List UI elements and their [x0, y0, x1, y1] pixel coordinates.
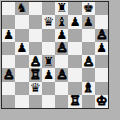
square-h8[interactable] [95, 2, 108, 15]
square-a1[interactable] [2, 95, 15, 108]
black-pawn-d3[interactable]: ♟ [43, 68, 54, 80]
square-f2[interactable] [68, 82, 81, 95]
square-c6[interactable] [29, 29, 42, 42]
white-pawn-e5[interactable]: ♙ [56, 42, 67, 54]
square-c4[interactable]: ♙ [29, 55, 42, 68]
square-a3[interactable]: ♙ [2, 68, 15, 81]
square-b2[interactable] [15, 82, 28, 95]
square-c8[interactable] [29, 2, 42, 15]
square-c3[interactable]: ♖ [29, 68, 42, 81]
square-g2[interactable]: ♗ [82, 82, 95, 95]
black-pawn-e6[interactable]: ♟ [56, 29, 67, 41]
square-a4[interactable] [2, 55, 15, 68]
square-e6[interactable]: ♟ [55, 29, 68, 42]
black-knight-b8[interactable]: ♞ [16, 2, 27, 14]
square-d7[interactable]: ♛ [42, 15, 55, 28]
black-queen-c2[interactable]: ♛ [30, 82, 41, 94]
square-d6[interactable] [42, 29, 55, 42]
square-f1[interactable]: ♖ [68, 95, 81, 108]
black-pawn-b5[interactable]: ♟ [16, 42, 27, 54]
square-b7[interactable] [15, 15, 28, 28]
square-a6[interactable]: ♟ [2, 29, 15, 42]
square-g1[interactable] [82, 95, 95, 108]
square-d8[interactable] [42, 2, 55, 15]
black-bishop-e7[interactable]: ♝ [56, 15, 67, 27]
square-g7[interactable]: ♟ [82, 15, 95, 28]
white-rook-f1[interactable]: ♖ [70, 95, 81, 107]
white-king-h1[interactable]: ♔ [96, 95, 107, 107]
square-c7[interactable] [29, 15, 42, 28]
black-pawn-g7[interactable]: ♟ [83, 15, 94, 27]
square-h5[interactable]: ♟ [95, 42, 108, 55]
square-b3[interactable] [15, 68, 28, 81]
square-h7[interactable] [95, 15, 108, 28]
white-pawn-h6[interactable]: ♙ [96, 29, 107, 41]
square-b6[interactable] [15, 29, 28, 42]
black-king-g8[interactable]: ♚ [83, 2, 94, 14]
square-e4[interactable] [55, 55, 68, 68]
square-f7[interactable]: ♟ [68, 15, 81, 28]
square-g3[interactable] [82, 68, 95, 81]
square-f8[interactable] [68, 2, 81, 15]
square-d3[interactable]: ♟ [42, 68, 55, 81]
square-e7[interactable]: ♝ [55, 15, 68, 28]
white-pawn-e3[interactable]: ♙ [56, 68, 67, 80]
square-f3[interactable] [68, 68, 81, 81]
black-rook-e8[interactable]: ♜ [56, 2, 67, 14]
black-rook-d4[interactable]: ♜ [43, 55, 54, 67]
square-c2[interactable]: ♛ [29, 82, 42, 95]
square-b5[interactable]: ♟ [15, 42, 28, 55]
square-e3[interactable]: ♙ [55, 68, 68, 81]
square-e8[interactable]: ♜ [55, 2, 68, 15]
square-g8[interactable]: ♚ [82, 2, 95, 15]
white-pawn-g4[interactable]: ♙ [83, 55, 94, 67]
square-e2[interactable] [55, 82, 68, 95]
square-f5[interactable] [68, 42, 81, 55]
chess-diagram: ♞♜♚♛♝♟♟♟♟♙♟♙♟♙♜♙♙♖♟♙♛♗♖♔ [0, 0, 120, 120]
square-a8[interactable] [2, 2, 15, 15]
square-a7[interactable] [2, 15, 15, 28]
square-f4[interactable] [68, 55, 81, 68]
square-b4[interactable] [15, 55, 28, 68]
square-h4[interactable] [95, 55, 108, 68]
square-h6[interactable]: ♙ [95, 29, 108, 42]
square-g6[interactable] [82, 29, 95, 42]
white-bishop-g2[interactable]: ♗ [83, 82, 94, 94]
black-pawn-a6[interactable]: ♟ [3, 29, 14, 41]
square-d2[interactable] [42, 82, 55, 95]
square-b1[interactable] [15, 95, 28, 108]
square-h3[interactable] [95, 68, 108, 81]
square-d4[interactable]: ♜ [42, 55, 55, 68]
black-pawn-f7[interactable]: ♟ [70, 15, 81, 27]
square-e1[interactable] [55, 95, 68, 108]
square-b8[interactable]: ♞ [15, 2, 28, 15]
white-rook-c3[interactable]: ♖ [30, 68, 41, 80]
black-pawn-h5[interactable]: ♟ [96, 42, 107, 54]
white-pawn-c4[interactable]: ♙ [30, 55, 41, 67]
square-c5[interactable] [29, 42, 42, 55]
square-d5[interactable] [42, 42, 55, 55]
square-f6[interactable] [68, 29, 81, 42]
square-e5[interactable]: ♙ [55, 42, 68, 55]
square-c1[interactable] [29, 95, 42, 108]
square-a2[interactable] [2, 82, 15, 95]
black-queen-d7[interactable]: ♛ [43, 15, 54, 27]
square-g5[interactable] [82, 42, 95, 55]
square-a5[interactable] [2, 42, 15, 55]
square-d1[interactable] [42, 95, 55, 108]
square-g4[interactable]: ♙ [82, 55, 95, 68]
white-pawn-a3[interactable]: ♙ [3, 68, 14, 80]
chess-board: ♞♜♚♛♝♟♟♟♟♙♟♙♟♙♜♙♙♖♟♙♛♗♖♔ [1, 1, 109, 109]
square-h2[interactable] [95, 82, 108, 95]
square-h1[interactable]: ♔ [95, 95, 108, 108]
